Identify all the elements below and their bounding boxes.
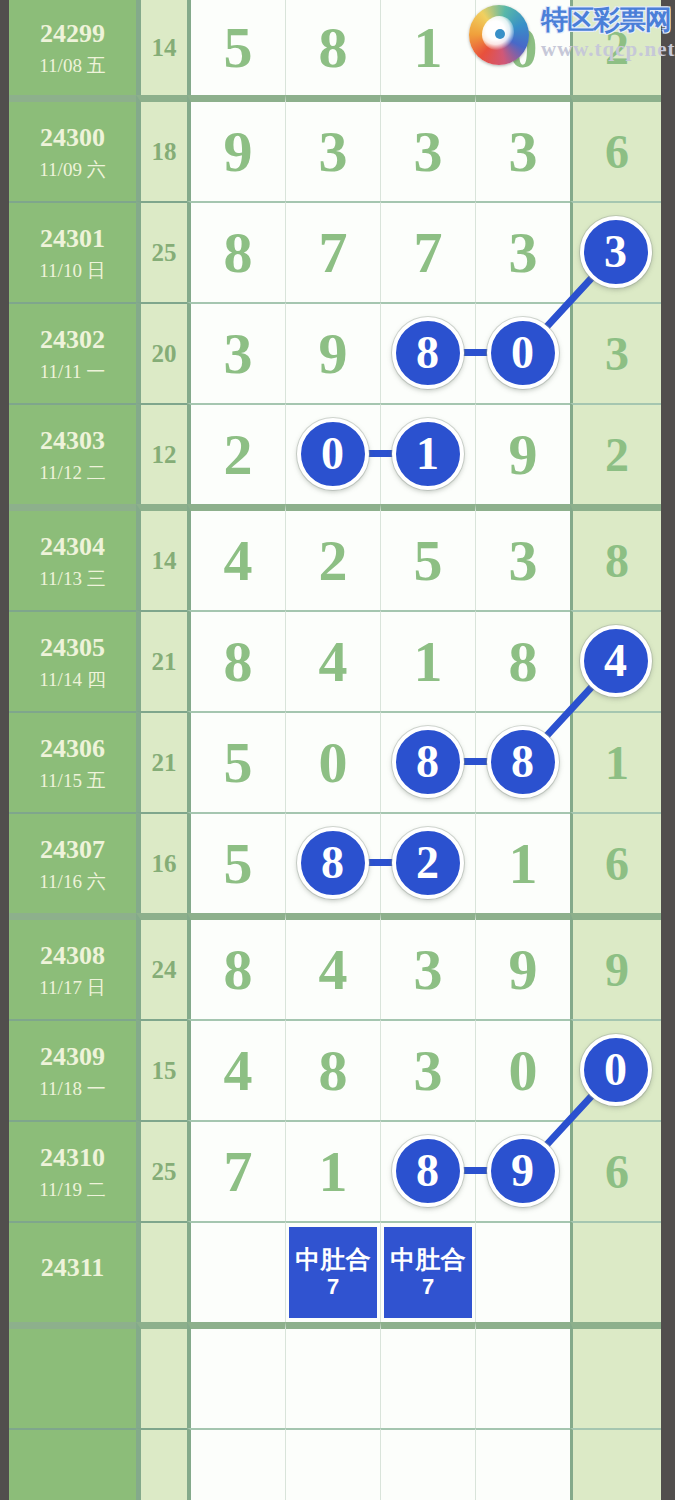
digit-cell: 8 <box>187 610 285 711</box>
sum-cell: 25 <box>136 1120 187 1221</box>
issue-number: 24310 <box>40 1145 105 1171</box>
draw-date: 11/19 二 <box>39 1180 105 1199</box>
issue-cell: 2430411/13 三 <box>9 504 136 610</box>
draw-date: 11/13 三 <box>39 569 105 588</box>
sum-cell: 21 <box>136 610 187 711</box>
sum-cell <box>136 1428 187 1500</box>
sum-cell: 25 <box>136 201 187 302</box>
issue-cell: 2431011/19 二 <box>9 1120 136 1221</box>
prediction-label: 中肚合 <box>296 1246 371 1274</box>
row-24302: 2430211/11 一20393 <box>9 302 661 403</box>
right-digit-cell: 6 <box>570 812 661 913</box>
right-digit-cell: 6 <box>570 95 661 201</box>
digit-cell: 8 <box>285 0 380 95</box>
digit-cell: 3 <box>475 201 570 302</box>
right-digit-cell <box>570 1322 661 1428</box>
prediction-value: 7 <box>422 1275 434 1299</box>
digit-cell: 7 <box>187 1120 285 1221</box>
trend-chart-table: 2429911/08 五14581022430011/09 六189333624… <box>9 0 661 1500</box>
draw-date: 11/08 五 <box>39 56 105 75</box>
sum-cell <box>136 1322 187 1428</box>
row-empty <box>9 1322 661 1428</box>
site-title: 特区彩票网 <box>541 5 675 36</box>
digit-cell: 3 <box>380 95 475 201</box>
issue-number: 24303 <box>40 428 105 454</box>
draw-date: 11/10 日 <box>39 261 105 280</box>
digit-cell <box>285 403 380 504</box>
digit-cell: 1 <box>475 812 570 913</box>
digit-cell: 9 <box>475 913 570 1019</box>
digit-cell: 9 <box>285 302 380 403</box>
digit-cell: 5 <box>380 504 475 610</box>
issue-number: 24308 <box>40 943 105 969</box>
digit-cell <box>380 1120 475 1221</box>
issue-number: 24305 <box>40 635 105 661</box>
digit-cell <box>187 1428 285 1500</box>
digit-cell: 5 <box>187 0 285 95</box>
right-digit-cell: 8 <box>570 504 661 610</box>
issue-cell: 2430811/17 日 <box>9 913 136 1019</box>
prediction-block: 中肚合7 <box>289 1227 377 1318</box>
digit-cell: 7 <box>380 201 475 302</box>
right-digit-cell: 9 <box>570 913 661 1019</box>
issue-cell: 2430711/16 六 <box>9 812 136 913</box>
right-digit-cell <box>570 1019 661 1120</box>
digit-cell: 1 <box>380 610 475 711</box>
sum-cell <box>136 1221 187 1322</box>
draw-date: 11/17 日 <box>39 978 105 997</box>
issue-cell: 2429911/08 五 <box>9 0 136 95</box>
sum-cell: 14 <box>136 504 187 610</box>
digit-cell <box>475 302 570 403</box>
row-24311: 24311中肚合7中肚合7 <box>9 1221 661 1322</box>
digit-cell <box>380 711 475 812</box>
issue-cell: 2430111/10 日 <box>9 201 136 302</box>
digit-cell <box>475 1322 570 1428</box>
digit-cell: 5 <box>187 812 285 913</box>
digit-cell: 7 <box>285 201 380 302</box>
site-logo-icon <box>469 5 529 65</box>
digit-cell <box>475 1428 570 1500</box>
sum-cell: 14 <box>136 0 187 95</box>
row-24301: 2430111/10 日258773 <box>9 201 661 302</box>
digit-cell: 9 <box>475 403 570 504</box>
row-24303: 2430311/12 二12292 <box>9 403 661 504</box>
digit-cell <box>187 1221 285 1322</box>
digit-cell: 4 <box>285 610 380 711</box>
sum-cell: 12 <box>136 403 187 504</box>
issue-cell: 24311 <box>9 1221 136 1322</box>
right-digit-cell: 3 <box>570 302 661 403</box>
digit-cell: 1 <box>285 1120 380 1221</box>
site-url: www.tqcp.net <box>541 37 675 62</box>
issue-number: 24299 <box>40 21 105 47</box>
digit-cell: 8 <box>187 201 285 302</box>
digit-cell: 3 <box>380 913 475 1019</box>
issue-number: 24304 <box>40 534 105 560</box>
digit-cell: 8 <box>475 610 570 711</box>
right-digit-cell <box>570 201 661 302</box>
draw-date: 11/14 四 <box>39 670 105 689</box>
digit-cell <box>285 1322 380 1428</box>
sum-cell: 20 <box>136 302 187 403</box>
digit-cell: 3 <box>475 504 570 610</box>
digit-cell <box>380 812 475 913</box>
right-digit-cell: 1 <box>570 711 661 812</box>
draw-date: 11/18 一 <box>39 1079 105 1098</box>
digit-cell: 5 <box>187 711 285 812</box>
digit-cell: 3 <box>380 1019 475 1120</box>
digit-cell: 4 <box>187 1019 285 1120</box>
issue-number: 24306 <box>40 736 105 762</box>
site-logo[interactable]: 特区彩票网 www.tqcp.net <box>469 5 675 65</box>
issue-cell <box>9 1322 136 1428</box>
row-24306: 2430611/15 五21501 <box>9 711 661 812</box>
lottery-trend-page: 2429911/08 五14581022430011/09 六189333624… <box>0 0 675 1500</box>
digit-cell: 3 <box>285 95 380 201</box>
row-24305: 2430511/14 四218418 <box>9 610 661 711</box>
issue-number: 24311 <box>41 1255 105 1281</box>
draw-date: 11/11 一 <box>40 362 106 381</box>
digit-cell <box>380 302 475 403</box>
digit-cell: 0 <box>475 1019 570 1120</box>
digit-cell <box>380 1322 475 1428</box>
digit-cell <box>285 1428 380 1500</box>
row-empty <box>9 1428 661 1500</box>
row-24309: 2430911/18 一154830 <box>9 1019 661 1120</box>
sum-cell: 21 <box>136 711 187 812</box>
right-digit-cell: 2 <box>570 403 661 504</box>
digit-cell <box>380 403 475 504</box>
site-logo-text: 特区彩票网 www.tqcp.net <box>541 5 675 62</box>
sum-cell: 24 <box>136 913 187 1019</box>
issue-number: 24309 <box>40 1044 105 1070</box>
digit-cell: 3 <box>475 95 570 201</box>
digit-cell <box>285 812 380 913</box>
digit-cell: 8 <box>285 1019 380 1120</box>
issue-cell: 2430511/14 四 <box>9 610 136 711</box>
row-24308: 2430811/17 日2484399 <box>9 913 661 1019</box>
digit-cell <box>187 1322 285 1428</box>
digit-cell <box>380 1428 475 1500</box>
draw-date: 11/15 五 <box>39 771 105 790</box>
issue-cell: 2430911/18 一 <box>9 1019 136 1120</box>
issue-cell <box>9 1428 136 1500</box>
digit-cell <box>475 1120 570 1221</box>
digit-cell: 4 <box>285 913 380 1019</box>
draw-date: 11/09 六 <box>39 160 105 179</box>
sum-cell: 16 <box>136 812 187 913</box>
draw-date: 11/12 二 <box>39 463 105 482</box>
issue-cell: 2430611/15 五 <box>9 711 136 812</box>
right-digit-cell <box>570 1428 661 1500</box>
issue-number: 24307 <box>40 837 105 863</box>
digit-cell: 2 <box>285 504 380 610</box>
digit-cell: 8 <box>187 913 285 1019</box>
row-24304: 2430411/13 三1442538 <box>9 504 661 610</box>
right-digit-cell: 6 <box>570 1120 661 1221</box>
prediction-block: 中肚合7 <box>384 1227 472 1318</box>
row-24310: 2431011/19 二25716 <box>9 1120 661 1221</box>
issue-number: 24301 <box>40 226 105 252</box>
digit-cell: 4 <box>187 504 285 610</box>
digit-cell <box>475 711 570 812</box>
digit-cell <box>475 1221 570 1322</box>
row-24300: 2430011/09 六1893336 <box>9 95 661 201</box>
row-24307: 2430711/16 六16516 <box>9 812 661 913</box>
right-digit-cell <box>570 610 661 711</box>
prediction-value: 7 <box>327 1275 339 1299</box>
issue-cell: 2430011/09 六 <box>9 95 136 201</box>
issue-cell: 2430211/11 一 <box>9 302 136 403</box>
digit-cell: 3 <box>187 302 285 403</box>
digit-cell: 中肚合7 <box>285 1221 380 1322</box>
draw-date: 11/16 六 <box>39 872 105 891</box>
prediction-label: 中肚合 <box>391 1246 466 1274</box>
issue-cell: 2430311/12 二 <box>9 403 136 504</box>
issue-number: 24302 <box>40 327 105 353</box>
digit-cell: 中肚合7 <box>380 1221 475 1322</box>
digit-cell: 9 <box>187 95 285 201</box>
issue-number: 24300 <box>40 125 105 151</box>
digit-cell: 0 <box>285 711 380 812</box>
digit-cell: 2 <box>187 403 285 504</box>
sum-cell: 18 <box>136 95 187 201</box>
digit-cell: 1 <box>380 0 475 95</box>
right-digit-cell <box>570 1221 661 1322</box>
sum-cell: 15 <box>136 1019 187 1120</box>
